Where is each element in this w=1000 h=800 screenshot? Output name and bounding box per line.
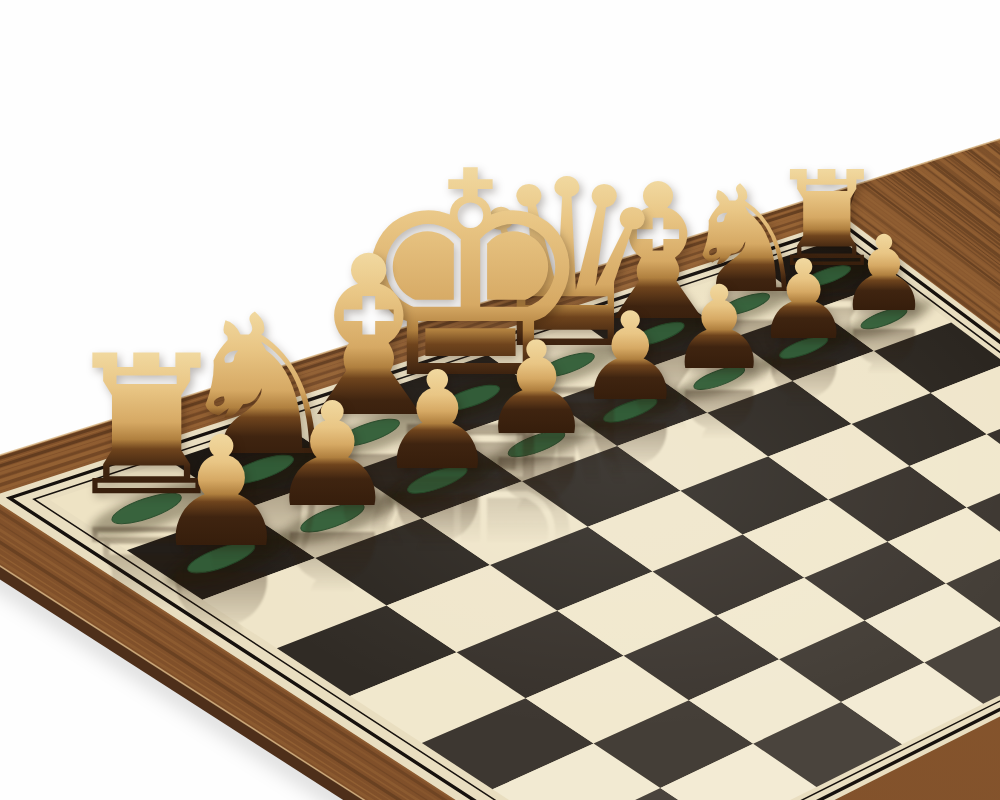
- photo-scene: ♜♜♞♞♟♟♝♝♟♟♛♛♟♟♚♚♟♟♝♝♟♟♞♞♟♟♜♜♟♟♟♟: [0, 0, 1000, 800]
- chessboard: [0, 0, 1000, 800]
